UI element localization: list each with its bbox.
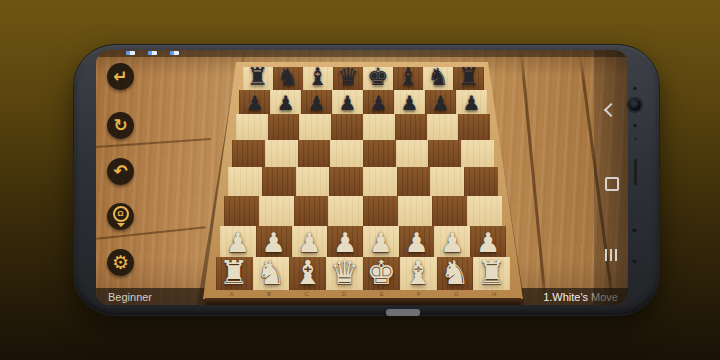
- status-notification-icon: [148, 51, 157, 55]
- square-h1[interactable]: ♜: [473, 257, 510, 290]
- square-f3[interactable]: [398, 196, 433, 226]
- white-queen[interactable]: ♛: [330, 256, 360, 289]
- board-row: ♟♟♟♟♟♟♟♟: [239, 90, 487, 114]
- black-king[interactable]: ♚: [367, 65, 389, 89]
- square-h5[interactable]: [461, 140, 494, 167]
- square-g7[interactable]: ♟: [425, 90, 456, 114]
- board-row: ♜♞♝♛♚♝♞♜: [243, 67, 484, 90]
- status-notification-icon: [126, 51, 135, 55]
- square-g8[interactable]: ♞: [423, 67, 453, 90]
- rotate-board-button[interactable]: ↻: [107, 112, 134, 139]
- square-c4[interactable]: [296, 167, 330, 196]
- square-b5[interactable]: [265, 140, 298, 167]
- white-rook[interactable]: ♜: [477, 256, 507, 289]
- black-knight[interactable]: ♞: [428, 65, 450, 89]
- square-g6[interactable]: [427, 114, 459, 140]
- square-b8[interactable]: ♞: [273, 67, 303, 90]
- square-h6[interactable]: [458, 114, 490, 140]
- square-b6[interactable]: [268, 114, 300, 140]
- black-queen[interactable]: ♛: [337, 65, 359, 89]
- square-e5[interactable]: [363, 140, 396, 167]
- white-king[interactable]: ♚: [367, 256, 397, 289]
- sensor-dot: [633, 123, 637, 127]
- white-knight[interactable]: ♞: [256, 256, 286, 289]
- square-b1[interactable]: ♞: [253, 257, 290, 290]
- square-a8[interactable]: ♜: [243, 67, 273, 90]
- sensor-dot: [633, 86, 637, 90]
- black-knight[interactable]: ♞: [277, 65, 299, 89]
- square-e7[interactable]: ♟: [363, 90, 394, 114]
- square-d4[interactable]: [329, 167, 363, 196]
- square-g5[interactable]: [428, 140, 461, 167]
- black-rook[interactable]: ♜: [458, 65, 480, 89]
- square-f7[interactable]: ♟: [394, 90, 425, 114]
- square-h3[interactable]: [467, 196, 502, 226]
- board-row: [224, 196, 501, 226]
- square-e1[interactable]: ♚: [363, 257, 400, 290]
- front-camera: [629, 99, 641, 111]
- earpiece-speaker: [634, 159, 637, 185]
- nav-back-icon[interactable]: [604, 103, 618, 117]
- gear-icon: ⚙: [112, 253, 129, 272]
- board-row: [228, 167, 497, 196]
- square-h4[interactable]: [464, 167, 498, 196]
- square-c8[interactable]: ♝: [303, 67, 333, 90]
- nav-home-icon[interactable]: [605, 177, 619, 191]
- square-e3[interactable]: [363, 196, 398, 226]
- black-pawn[interactable]: ♟: [277, 93, 295, 113]
- square-g3[interactable]: [432, 196, 467, 226]
- square-c6[interactable]: [299, 114, 331, 140]
- square-h7[interactable]: ♟: [456, 90, 487, 114]
- square-d7[interactable]: ♟: [332, 90, 363, 114]
- chess-board: ♜♞♝♛♚♝♞♜♟♟♟♟♟♟♟♟♟♟♟♟♟♟♟♟♜♞♝♛♚♝♞♜ ABCDEFG…: [201, 62, 525, 305]
- board-row: [236, 114, 491, 140]
- square-f4[interactable]: [397, 167, 431, 196]
- black-pawn[interactable]: ♟: [339, 93, 357, 113]
- white-bishop[interactable]: ♝: [403, 256, 433, 289]
- square-a7[interactable]: ♟: [239, 90, 270, 114]
- square-a5[interactable]: [232, 140, 265, 167]
- square-c1[interactable]: ♝: [289, 257, 326, 290]
- black-bishop[interactable]: ♝: [307, 65, 329, 89]
- lightbulb-icon: Ω: [113, 206, 129, 227]
- board-grid: ♜♞♝♛♚♝♞♜♟♟♟♟♟♟♟♟♟♟♟♟♟♟♟♟♜♞♝♛♚♝♞♜: [201, 67, 525, 290]
- square-d5[interactable]: [330, 140, 363, 167]
- board-row: ♜♞♝♛♚♝♞♜: [216, 257, 511, 290]
- white-bishop[interactable]: ♝: [293, 256, 323, 289]
- wood-seam: [96, 226, 206, 239]
- status-notification-icon: [170, 51, 179, 55]
- page-background: Beginner 1.White'sMove ♜♞♝♛♚♝♞♜♟♟♟♟♟♟♟♟♟…: [0, 0, 720, 360]
- square-e8[interactable]: ♚: [363, 67, 393, 90]
- status-bar: [96, 50, 628, 57]
- phone-screen: Beginner 1.White'sMove ♜♞♝♛♚♝♞♜♟♟♟♟♟♟♟♟♟…: [96, 50, 628, 305]
- square-a3[interactable]: [224, 196, 259, 226]
- sensor-dot: [632, 227, 637, 232]
- square-b3[interactable]: [259, 196, 294, 226]
- square-g4[interactable]: [430, 167, 464, 196]
- phone-frame: Beginner 1.White'sMove ♜♞♝♛♚♝♞♜♟♟♟♟♟♟♟♟♟…: [73, 44, 660, 316]
- charging-port: [386, 309, 420, 316]
- square-e6[interactable]: [363, 114, 395, 140]
- white-knight[interactable]: ♞: [440, 256, 470, 289]
- square-d3[interactable]: [328, 196, 363, 226]
- square-f6[interactable]: [395, 114, 427, 140]
- square-b4[interactable]: [262, 167, 296, 196]
- square-a6[interactable]: [236, 114, 268, 140]
- nav-recents-icon[interactable]: [605, 249, 617, 261]
- back-button[interactable]: ↵: [107, 63, 134, 90]
- back-arrow-icon: ↵: [113, 68, 127, 85]
- sensor-dot: [634, 137, 637, 140]
- board-row: [232, 140, 494, 167]
- difficulty-label: Beginner: [108, 291, 152, 303]
- black-pawn[interactable]: ♟: [462, 93, 480, 113]
- move-status-main: 1.White's: [543, 291, 588, 303]
- hint-button[interactable]: Ω: [107, 203, 134, 230]
- square-d8[interactable]: ♛: [333, 67, 363, 90]
- square-a4[interactable]: [228, 167, 262, 196]
- square-c5[interactable]: [298, 140, 331, 167]
- square-d6[interactable]: [331, 114, 363, 140]
- rotate-icon: ↻: [113, 117, 127, 134]
- square-f8[interactable]: ♝: [393, 67, 423, 90]
- undo-move-button[interactable]: ↶: [107, 158, 134, 185]
- square-a1[interactable]: ♜: [216, 257, 253, 290]
- square-c3[interactable]: [294, 196, 329, 226]
- undo-icon: ↶: [113, 163, 127, 180]
- square-f1[interactable]: ♝: [400, 257, 437, 290]
- square-h8[interactable]: ♜: [453, 67, 483, 90]
- black-rook[interactable]: ♜: [247, 65, 269, 89]
- black-pawn[interactable]: ♟: [400, 93, 418, 113]
- black-pawn[interactable]: ♟: [431, 93, 449, 113]
- square-f5[interactable]: [396, 140, 429, 167]
- black-bishop[interactable]: ♝: [397, 65, 419, 89]
- black-pawn[interactable]: ♟: [246, 93, 264, 113]
- board-edge: [205, 298, 521, 305]
- black-pawn[interactable]: ♟: [370, 93, 388, 113]
- sensor-dot: [632, 258, 637, 263]
- square-e4[interactable]: [363, 167, 397, 196]
- settings-button[interactable]: ⚙: [107, 249, 134, 276]
- android-nav-bar: [594, 50, 628, 305]
- white-rook[interactable]: ♜: [219, 256, 249, 289]
- black-pawn[interactable]: ♟: [308, 93, 326, 113]
- square-g1[interactable]: ♞: [437, 257, 474, 290]
- square-b7[interactable]: ♟: [270, 90, 301, 114]
- wood-seam: [96, 138, 211, 148]
- square-c7[interactable]: ♟: [301, 90, 332, 114]
- square-d1[interactable]: ♛: [326, 257, 363, 290]
